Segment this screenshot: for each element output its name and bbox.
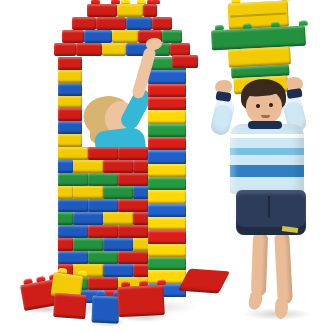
brick-stud: [91, 0, 100, 4]
brick: [148, 217, 186, 230]
window-left-pillar: [58, 57, 82, 147]
brick: [148, 137, 186, 150]
brick: [58, 70, 82, 83]
boy-right-leg: [274, 232, 293, 305]
photo-scene: [0, 0, 333, 333]
brick-stud: [299, 20, 308, 25]
boy-right-cuff: [286, 88, 302, 99]
brick: [87, 4, 117, 17]
brick: [58, 186, 73, 199]
brick: [148, 257, 186, 270]
brick-stud: [157, 280, 166, 285]
brick: [143, 4, 157, 17]
brick-stud: [243, 23, 252, 28]
brick: [88, 277, 118, 290]
brick: [148, 230, 186, 243]
brick-stud: [121, 0, 130, 4]
brick: [102, 43, 126, 56]
brick-stud: [139, 281, 148, 286]
brick: [133, 238, 148, 251]
roof-row: [50, 17, 194, 30]
brick: [148, 84, 186, 97]
boy-striped-shirt: [230, 124, 304, 194]
brick: [96, 17, 126, 30]
brick: [103, 160, 133, 173]
brick-stud: [151, 0, 160, 4]
brick: [88, 199, 118, 212]
brick: [58, 251, 88, 264]
brick: [73, 212, 103, 225]
brick: [148, 164, 186, 177]
wall-row: [58, 186, 148, 199]
brick-stud: [271, 22, 280, 27]
brick: [76, 43, 102, 56]
brick: [148, 244, 186, 257]
brick: [73, 186, 103, 199]
wall-row: [58, 212, 148, 225]
brick-stud: [96, 291, 105, 296]
brick: [58, 225, 88, 238]
boy-right-eye: [269, 103, 273, 107]
brick: [162, 30, 182, 43]
brick-stud: [23, 278, 33, 284]
brick: [148, 110, 186, 123]
brick-stud: [78, 270, 88, 276]
brick: [58, 57, 82, 70]
brick-stud: [36, 276, 46, 282]
roof-row: [50, 4, 194, 17]
brick: [72, 17, 96, 30]
brick: [112, 30, 138, 43]
brick: [92, 296, 120, 324]
brick: [58, 83, 82, 96]
brick: [148, 70, 186, 83]
brick: [103, 264, 133, 277]
brick-stud: [215, 25, 224, 30]
brick: [118, 199, 148, 212]
brick: [148, 204, 186, 217]
brick-stud: [121, 282, 130, 287]
brick-stud: [281, 0, 290, 1]
boy-shirt-collar: [248, 121, 282, 129]
brick: [118, 251, 148, 264]
brick: [84, 30, 112, 43]
brick: [88, 173, 118, 186]
brick: [58, 96, 82, 109]
brick: [58, 238, 73, 251]
brick: [133, 212, 148, 225]
brick-seam: [231, 13, 286, 18]
brick: [126, 17, 152, 30]
brick: [62, 30, 84, 43]
brick: [118, 173, 148, 186]
brick: [73, 160, 103, 173]
brick: [133, 160, 148, 173]
brick: [117, 4, 143, 17]
brick: [88, 147, 118, 160]
shorts-seam: [268, 196, 270, 218]
brick: [148, 190, 186, 203]
boy-left-eye: [256, 104, 260, 108]
wall-row: [58, 160, 148, 173]
brick: [58, 160, 73, 173]
wall-row: [58, 147, 148, 160]
brick: [118, 147, 148, 160]
brick: [118, 225, 148, 238]
brick: [103, 212, 133, 225]
boy-left-cuff: [215, 91, 231, 102]
wall-row: [58, 251, 148, 264]
brick: [58, 147, 88, 160]
brick: [133, 186, 148, 199]
brick: [88, 225, 118, 238]
brick-stud: [231, 0, 240, 3]
boy-left-leg: [251, 232, 268, 296]
roof-eave-brick: [172, 55, 198, 68]
brick: [54, 43, 76, 56]
roof-row: [50, 30, 194, 43]
brick: [58, 199, 88, 212]
brick: [148, 150, 186, 163]
brick: [211, 26, 306, 51]
brick: [148, 270, 186, 283]
wall-row: [58, 199, 148, 212]
brick: [152, 17, 172, 30]
wall-row: [58, 238, 148, 251]
brick: [88, 251, 118, 264]
brick: [58, 121, 82, 134]
brick: [73, 238, 103, 251]
brick: [148, 177, 186, 190]
wall-row: [58, 225, 148, 238]
brick: [58, 212, 73, 225]
brick: [53, 293, 87, 319]
brick: [58, 173, 88, 186]
wall-row: [58, 173, 148, 186]
brick-stud: [58, 268, 68, 274]
tower-roof: [50, 4, 194, 56]
brick: [103, 186, 133, 199]
brick: [58, 108, 82, 121]
brick: [133, 264, 148, 277]
brick: [148, 97, 186, 110]
brick: [148, 124, 186, 137]
brick: [58, 134, 82, 147]
brick: [117, 285, 165, 317]
roof-row: [50, 43, 194, 56]
tower-right-column: [148, 57, 186, 297]
brick: [103, 238, 133, 251]
